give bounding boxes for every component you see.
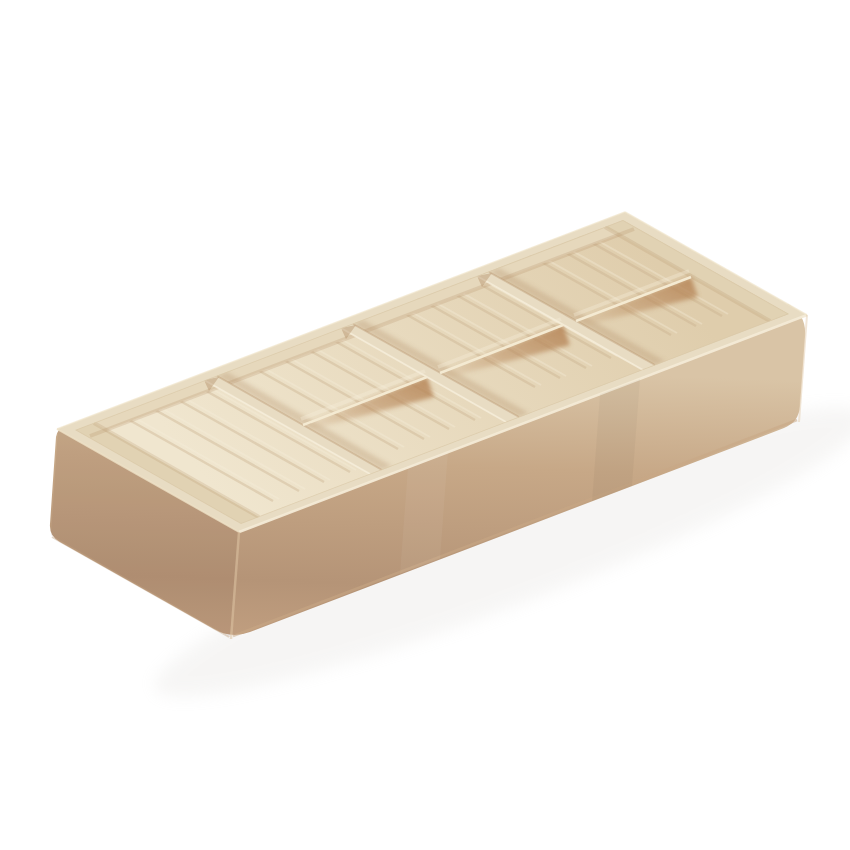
organizer-tray-photo (0, 0, 850, 850)
photo-canvas (0, 0, 850, 850)
